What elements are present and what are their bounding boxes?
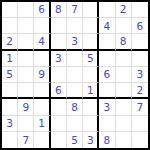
cell-r3c8[interactable]: 8 bbox=[116, 34, 132, 50]
cell-r2c9[interactable]: 6 bbox=[132, 18, 148, 34]
cell-r2c7[interactable]: 4 bbox=[99, 18, 115, 34]
cell-r7c5[interactable]: 8 bbox=[67, 99, 83, 115]
cell-r9c8[interactable] bbox=[116, 132, 132, 148]
cell-r6c2[interactable] bbox=[18, 83, 34, 99]
cell-r4c8[interactable] bbox=[116, 51, 132, 67]
cell-r9c5[interactable]: 5 bbox=[67, 132, 83, 148]
cell-r2c1[interactable] bbox=[2, 18, 18, 34]
cell-r5c8[interactable] bbox=[116, 67, 132, 83]
cell-r7c2[interactable]: 9 bbox=[18, 99, 34, 115]
cell-r4c7[interactable] bbox=[99, 51, 115, 67]
cell-r2c8[interactable] bbox=[116, 18, 132, 34]
cell-r7c8[interactable] bbox=[116, 99, 132, 115]
cell-r6c1[interactable] bbox=[2, 83, 18, 99]
cell-r1c1[interactable] bbox=[2, 2, 18, 18]
cell-r9c9[interactable] bbox=[132, 132, 148, 148]
cell-r8c7[interactable] bbox=[99, 116, 115, 132]
cell-r7c3[interactable] bbox=[34, 99, 50, 115]
cell-r8c4[interactable] bbox=[51, 116, 67, 132]
cell-r2c2[interactable] bbox=[18, 18, 34, 34]
cell-r4c6[interactable]: 5 bbox=[83, 51, 99, 67]
cell-r7c9[interactable]: 7 bbox=[132, 99, 148, 115]
cell-r3c3[interactable]: 4 bbox=[34, 34, 50, 50]
cell-r9c3[interactable] bbox=[34, 132, 50, 148]
cell-r3c4[interactable] bbox=[51, 34, 67, 50]
cell-r1c3[interactable]: 6 bbox=[34, 2, 50, 18]
cell-r8c6[interactable] bbox=[83, 116, 99, 132]
cell-r9c4[interactable] bbox=[51, 132, 67, 148]
cell-r8c9[interactable] bbox=[132, 116, 148, 132]
cell-r3c1[interactable]: 2 bbox=[2, 34, 18, 50]
cell-r7c7[interactable]: 3 bbox=[99, 99, 115, 115]
cell-r3c9[interactable] bbox=[132, 34, 148, 50]
cell-r8c1[interactable]: 3 bbox=[2, 116, 18, 132]
cell-r9c6[interactable]: 3 bbox=[83, 132, 99, 148]
cell-r5c3[interactable]: 9 bbox=[34, 67, 50, 83]
cell-r9c7[interactable]: 8 bbox=[99, 132, 115, 148]
cell-r1c2[interactable] bbox=[18, 2, 34, 18]
cell-r8c8[interactable] bbox=[116, 116, 132, 132]
cell-r5c9[interactable]: 3 bbox=[132, 67, 148, 83]
cell-r8c3[interactable]: 1 bbox=[34, 116, 50, 132]
cell-r2c3[interactable] bbox=[34, 18, 50, 34]
cell-r8c5[interactable] bbox=[67, 116, 83, 132]
cell-r9c1[interactable] bbox=[2, 132, 18, 148]
cell-r6c3[interactable] bbox=[34, 83, 50, 99]
cell-r1c4[interactable]: 8 bbox=[51, 2, 67, 18]
cell-r5c7[interactable]: 6 bbox=[99, 67, 115, 83]
cell-r4c4[interactable]: 3 bbox=[51, 51, 67, 67]
cell-r5c1[interactable]: 5 bbox=[2, 67, 18, 83]
cell-r8c2[interactable] bbox=[18, 116, 34, 132]
cell-r6c6[interactable]: 1 bbox=[83, 83, 99, 99]
cell-r4c2[interactable] bbox=[18, 51, 34, 67]
cell-r3c6[interactable] bbox=[83, 34, 99, 50]
cell-r7c1[interactable] bbox=[2, 99, 18, 115]
cell-r1c8[interactable]: 2 bbox=[116, 2, 132, 18]
cell-r1c5[interactable]: 7 bbox=[67, 2, 83, 18]
cell-r3c7[interactable] bbox=[99, 34, 115, 50]
cell-r1c7[interactable] bbox=[99, 2, 115, 18]
cell-r6c7[interactable] bbox=[99, 83, 115, 99]
cell-r6c9[interactable]: 2 bbox=[132, 83, 148, 99]
cell-r2c5[interactable] bbox=[67, 18, 83, 34]
cell-r3c5[interactable]: 3 bbox=[67, 34, 83, 50]
cell-r6c5[interactable] bbox=[67, 83, 83, 99]
cell-r4c3[interactable] bbox=[34, 51, 50, 67]
cell-r9c2[interactable]: 7 bbox=[18, 132, 34, 148]
cell-r5c2[interactable] bbox=[18, 67, 34, 83]
cell-r5c5[interactable] bbox=[67, 67, 83, 83]
cell-r3c2[interactable] bbox=[18, 34, 34, 50]
cell-r2c4[interactable] bbox=[51, 18, 67, 34]
cell-r4c1[interactable]: 1 bbox=[2, 51, 18, 67]
cell-r6c8[interactable] bbox=[116, 83, 132, 99]
cell-r4c9[interactable] bbox=[132, 51, 148, 67]
cell-r6c4[interactable]: 6 bbox=[51, 83, 67, 99]
cell-r7c6[interactable] bbox=[83, 99, 99, 115]
cell-r2c6[interactable] bbox=[83, 18, 99, 34]
cell-r7c4[interactable] bbox=[51, 99, 67, 115]
cell-r5c6[interactable] bbox=[83, 67, 99, 83]
cell-r4c5[interactable] bbox=[67, 51, 83, 67]
cell-r5c4[interactable] bbox=[51, 67, 67, 83]
sudoku-board: 687246243813559636129837317538 bbox=[0, 0, 150, 150]
cell-r1c9[interactable] bbox=[132, 2, 148, 18]
cell-r1c6[interactable] bbox=[83, 2, 99, 18]
